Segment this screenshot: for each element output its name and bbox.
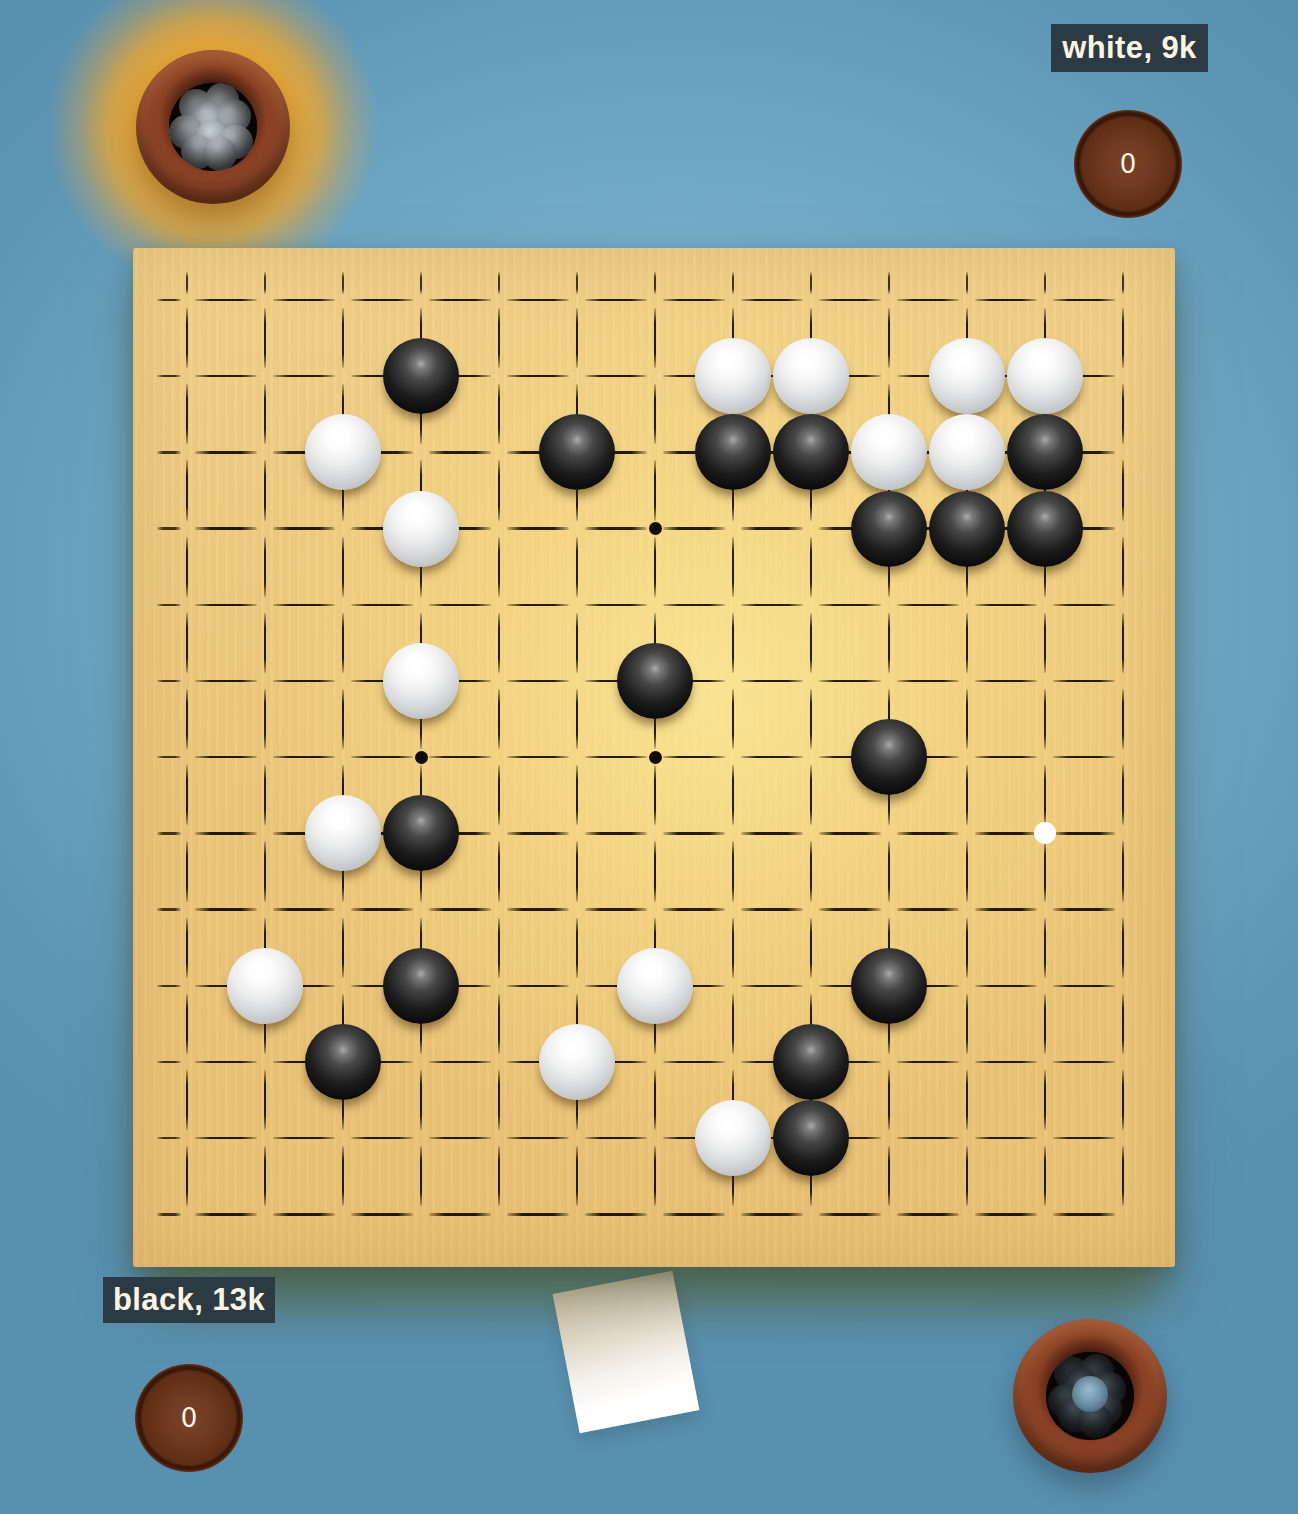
grid-line-segment <box>342 613 344 673</box>
black-stone <box>695 414 771 490</box>
grid-line-segment <box>195 1213 257 1215</box>
bowl-stone-black <box>1080 1354 1114 1388</box>
grid-line-segment <box>273 908 335 910</box>
grid-line-segment <box>1053 985 1115 987</box>
grid-line-segment <box>507 985 569 987</box>
grid-line-segment <box>264 841 266 901</box>
grid-line-segment <box>741 985 803 987</box>
grid-line-segment <box>810 841 812 901</box>
black-player-label: black, 13k <box>103 1277 275 1323</box>
grid-line-segment <box>585 1213 647 1215</box>
grid-line-segment <box>663 908 725 910</box>
grid-line-stub <box>157 1213 181 1215</box>
grid-line-segment <box>897 908 959 910</box>
grid-line-segment <box>741 1213 803 1215</box>
grid-line-segment <box>507 604 569 606</box>
grid-line-segment <box>342 1146 344 1206</box>
grid-line-segment <box>576 537 578 597</box>
grid-line-segment <box>810 689 812 749</box>
grid-line-segment <box>819 604 881 606</box>
grid-line-stub <box>966 272 968 294</box>
grid-line-segment <box>1122 765 1124 825</box>
grid-line-segment <box>429 756 491 758</box>
grid-line-segment <box>195 756 257 758</box>
grid-line-segment <box>1053 832 1115 834</box>
grid-line-segment <box>273 1137 335 1139</box>
grid-line-segment <box>663 604 725 606</box>
grid-line-stub <box>888 272 890 294</box>
grid-line-segment <box>585 756 647 758</box>
grid-line-stub <box>654 272 656 294</box>
grid-line-segment <box>810 765 812 825</box>
grid-line-segment <box>1053 1061 1115 1063</box>
grid-line-segment <box>654 460 656 520</box>
grid-line-segment <box>585 299 647 301</box>
bowl-stone-white <box>217 99 251 133</box>
white-stone <box>1007 338 1083 414</box>
grid-line-segment <box>966 689 968 749</box>
grid-line-segment <box>195 375 257 377</box>
grid-line-segment <box>1044 918 1046 978</box>
grid-line-segment <box>654 384 656 444</box>
grid-line-segment <box>507 908 569 910</box>
grid-line-segment <box>975 985 1037 987</box>
bowl-stone-black-highlight <box>1072 1376 1108 1412</box>
black-player-bowl <box>1013 1319 1167 1473</box>
grid-line-segment <box>1044 689 1046 749</box>
white-stone <box>929 414 1005 490</box>
black-stone <box>929 491 1005 567</box>
black-stone <box>383 795 459 871</box>
grid-line-segment <box>966 918 968 978</box>
grid-line-segment <box>498 1070 500 1130</box>
grid-line-segment <box>195 451 257 453</box>
grid-line-stub <box>157 680 181 682</box>
grid-line-segment <box>429 908 491 910</box>
grid-line-segment <box>1122 613 1124 673</box>
grid-line-segment <box>897 832 959 834</box>
grid-line-segment <box>264 689 266 749</box>
grid-line-stub <box>157 451 181 453</box>
white-bowl-stones <box>169 83 257 171</box>
grid-line-segment <box>498 918 500 978</box>
grid-line-segment <box>819 680 881 682</box>
grid-line-segment <box>1044 1070 1046 1130</box>
grid-line-segment <box>663 1213 725 1215</box>
grid-line-segment <box>741 756 803 758</box>
grid-line-segment <box>264 613 266 673</box>
grid-line-segment <box>342 308 344 368</box>
grid-line-segment <box>576 841 578 901</box>
grid-line-segment <box>1044 765 1046 825</box>
grid-line-segment <box>195 299 257 301</box>
white-stone <box>695 1100 771 1176</box>
grid-line-segment <box>975 1213 1037 1215</box>
grid-line-segment <box>897 1213 959 1215</box>
grid-line-segment <box>186 765 188 825</box>
grid-line-segment <box>195 832 257 834</box>
black-stone <box>539 414 615 490</box>
black-stone <box>305 1024 381 1100</box>
grid-line-segment <box>732 537 734 597</box>
grid-line-segment <box>654 1146 656 1206</box>
grid-line-stub <box>157 985 181 987</box>
white-player-bowl <box>136 50 290 204</box>
grid-line-segment <box>585 527 647 529</box>
grid-line-segment <box>975 908 1037 910</box>
grid-line-segment <box>1122 460 1124 520</box>
grid-line-stub <box>157 1137 181 1139</box>
grid-line-segment <box>654 537 656 597</box>
grid-line-segment <box>897 299 959 301</box>
grid-line-segment <box>498 613 500 673</box>
grid-line-segment <box>585 908 647 910</box>
grid-line-segment <box>1122 537 1124 597</box>
bowl-stone-black <box>1092 1372 1126 1406</box>
grid-line-segment <box>507 1137 569 1139</box>
grid-line-segment <box>342 689 344 749</box>
grid-line-segment <box>741 604 803 606</box>
grid-line-segment <box>576 613 578 673</box>
grid-line-segment <box>1122 384 1124 444</box>
grid-line-segment <box>654 1070 656 1130</box>
grid-line-stub <box>420 272 422 294</box>
grid-line-segment <box>351 908 413 910</box>
grid-line-segment <box>264 308 266 368</box>
grid-line-segment <box>507 375 569 377</box>
grid-line-stub <box>157 375 181 377</box>
grid-line-segment <box>585 604 647 606</box>
grid-line-segment <box>498 765 500 825</box>
white-stone <box>305 414 381 490</box>
grid-line-segment <box>966 994 968 1054</box>
grid-line-segment <box>507 1213 569 1215</box>
grid-line-segment <box>975 1061 1037 1063</box>
white-stone <box>539 1024 615 1100</box>
white-player-label: white, 9k <box>1051 24 1208 72</box>
black-capture-count: 0 <box>181 1405 198 1431</box>
grid-line-segment <box>186 308 188 368</box>
black-stone <box>1007 491 1083 567</box>
white-capture-lid: 0 <box>1074 110 1182 218</box>
grid-line-segment <box>1044 613 1046 673</box>
grid-line-segment <box>498 689 500 749</box>
grid-line-segment <box>888 308 890 368</box>
grid-line-segment <box>498 384 500 444</box>
grid-line-segment <box>498 460 500 520</box>
grid-line-segment <box>819 299 881 301</box>
grid-line-segment <box>507 680 569 682</box>
black-capture-lid: 0 <box>135 1364 243 1472</box>
table-background: white, 9k 0 black, 13k 0 <box>0 0 1298 1514</box>
white-move-dot <box>1034 822 1056 844</box>
grid-line-segment <box>810 918 812 978</box>
bowl-stone-white <box>203 137 237 171</box>
grid-line-segment <box>888 1070 890 1130</box>
grid-line-segment <box>264 460 266 520</box>
grid-line-segment <box>186 841 188 901</box>
grid-line-segment <box>195 1061 257 1063</box>
grid-line-segment <box>1053 680 1115 682</box>
grid-line-segment <box>819 1213 881 1215</box>
bowl-stone-white <box>205 83 239 117</box>
grid-line-segment <box>420 1070 422 1130</box>
grid-line-segment <box>264 384 266 444</box>
black-stone <box>1007 414 1083 490</box>
grid-line-segment <box>732 689 734 749</box>
grid-line-segment <box>975 1137 1037 1139</box>
white-capture-count: 0 <box>1120 151 1137 177</box>
grid-line-segment <box>966 1070 968 1130</box>
grid-line-segment <box>195 908 257 910</box>
grid-line-segment <box>1122 841 1124 901</box>
grid-line-segment <box>732 994 734 1054</box>
grid-line-segment <box>654 765 656 825</box>
grid-line-segment <box>420 1146 422 1206</box>
black-stone <box>773 1100 849 1176</box>
black-bowl-stones <box>1046 1352 1134 1440</box>
bowl-stone-black <box>1078 1404 1112 1438</box>
grid-line-stub <box>157 908 181 910</box>
grid-line-segment <box>888 1146 890 1206</box>
bowl-stone-black <box>1064 1368 1098 1402</box>
grid-line-segment <box>888 841 890 901</box>
grid-line-segment <box>1053 299 1115 301</box>
grid-line-segment <box>888 613 890 673</box>
grid-line-segment <box>975 832 1037 834</box>
grid-line-segment <box>351 1213 413 1215</box>
grid-line-segment <box>507 832 569 834</box>
grid-line-segment <box>1122 918 1124 978</box>
grid-line-segment <box>1053 604 1115 606</box>
grid-line-segment <box>576 689 578 749</box>
grid-line-segment <box>966 613 968 673</box>
grid-line-segment <box>351 299 413 301</box>
grid-line-segment <box>975 756 1037 758</box>
grid-line-stub <box>264 272 266 294</box>
grid-line-segment <box>429 1213 491 1215</box>
white-stone <box>383 491 459 567</box>
grid-line-segment <box>342 537 344 597</box>
grid-line-segment <box>186 460 188 520</box>
white-stone <box>929 338 1005 414</box>
grid-line-segment <box>507 527 569 529</box>
grid-line-segment <box>186 918 188 978</box>
bowl-stone-white <box>169 115 203 149</box>
grid-line-segment <box>966 765 968 825</box>
grid-line-segment <box>1053 1137 1115 1139</box>
grid-line-segment <box>732 841 734 901</box>
grid-line-segment <box>186 994 188 1054</box>
grid-line-segment <box>810 537 812 597</box>
grid-line-stub <box>186 272 188 294</box>
grid-line-segment <box>1122 1070 1124 1130</box>
grid-line-segment <box>897 680 959 682</box>
grid-line-segment <box>1053 908 1115 910</box>
grid-line-segment <box>498 841 500 901</box>
grid-line-segment <box>585 1137 647 1139</box>
grid-line-segment <box>273 299 335 301</box>
grid-line-segment <box>186 613 188 673</box>
grid-line-segment <box>741 832 803 834</box>
grid-line-segment <box>897 1137 959 1139</box>
grid-line-stub <box>157 756 181 758</box>
grid-line-segment <box>264 1146 266 1206</box>
black-stone <box>383 338 459 414</box>
grid-line-segment <box>498 1146 500 1206</box>
grid-line-segment <box>585 375 647 377</box>
black-stone <box>383 948 459 1024</box>
grid-line-segment <box>195 604 257 606</box>
grid-line-stub <box>576 272 578 294</box>
grid-line-segment <box>429 451 491 453</box>
grid-line-segment <box>576 308 578 368</box>
grid-line-segment <box>654 841 656 901</box>
white-stone <box>617 948 693 1024</box>
grid-line-segment <box>975 680 1037 682</box>
grid-line-segment <box>351 1137 413 1139</box>
grid-line-segment <box>585 832 647 834</box>
grid-line-segment <box>507 756 569 758</box>
white-stone <box>851 414 927 490</box>
grid-line-segment <box>819 908 881 910</box>
grid-line-segment <box>273 680 335 682</box>
grid-line-segment <box>975 604 1037 606</box>
grid-line-stub <box>1044 272 1046 294</box>
grid-line-stub <box>157 832 181 834</box>
bowl-stone-white <box>181 135 215 169</box>
grid-line-segment <box>819 832 881 834</box>
white-stone <box>305 795 381 871</box>
grid-line-stub <box>157 299 181 301</box>
grid-line-segment <box>186 537 188 597</box>
grid-line-segment <box>498 308 500 368</box>
grid-line-segment <box>741 908 803 910</box>
grid-line-segment <box>186 384 188 444</box>
black-stone <box>851 491 927 567</box>
white-stone <box>227 948 303 1024</box>
black-stone <box>851 948 927 1024</box>
grid-line-segment <box>1053 756 1115 758</box>
black-stone <box>617 643 693 719</box>
grid-line-segment <box>342 918 344 978</box>
grid-line-segment <box>654 308 656 368</box>
grid-line-segment <box>1122 308 1124 368</box>
black-stone <box>773 1024 849 1100</box>
grid-line-segment <box>429 299 491 301</box>
grid-line-segment <box>1122 1146 1124 1206</box>
grid-line-segment <box>1053 1213 1115 1215</box>
bowl-stone-black <box>1054 1356 1088 1390</box>
grid-line-segment <box>273 527 335 529</box>
grid-line-stub <box>342 272 344 294</box>
bowl-stone-white <box>179 89 213 123</box>
grid-line-segment <box>897 604 959 606</box>
grid-line-stub <box>498 272 500 294</box>
black-stone <box>851 719 927 795</box>
grid-line-segment <box>732 765 734 825</box>
grid-line-segment <box>186 1146 188 1206</box>
grid-line-segment <box>576 765 578 825</box>
grid-line-segment <box>663 756 725 758</box>
white-stone <box>383 643 459 719</box>
star-point <box>415 751 428 764</box>
grid-line-stub <box>1122 272 1124 294</box>
black-stone <box>773 414 849 490</box>
grid-line-segment <box>663 527 725 529</box>
grid-line-segment <box>429 604 491 606</box>
grid-line-stub <box>157 527 181 529</box>
grid-line-segment <box>732 918 734 978</box>
grid-line-stub <box>157 1061 181 1063</box>
grid-line-segment <box>1044 994 1046 1054</box>
grid-line-segment <box>351 756 413 758</box>
bowl-stone-black <box>1048 1384 1082 1418</box>
grid-line-segment <box>195 527 257 529</box>
grid-line-segment <box>1122 994 1124 1054</box>
grid-line-stub <box>810 272 812 294</box>
grid-line-segment <box>264 537 266 597</box>
star-point <box>649 522 662 535</box>
grid-line-segment <box>663 832 725 834</box>
white-stone <box>773 338 849 414</box>
bowl-stone-white <box>195 121 229 155</box>
bowl-stone-white <box>191 101 225 135</box>
grid-line-segment <box>966 1146 968 1206</box>
grid-line-segment <box>429 1061 491 1063</box>
grid-line-segment <box>429 1137 491 1139</box>
bowl-stone-black <box>1058 1398 1092 1432</box>
grid-line-segment <box>498 537 500 597</box>
grid-line-segment <box>186 689 188 749</box>
white-stone <box>695 338 771 414</box>
grid-line-segment <box>741 680 803 682</box>
grid-line-segment <box>264 1070 266 1130</box>
grid-line-segment <box>741 527 803 529</box>
go-board[interactable] <box>133 248 1175 1267</box>
grid-line-segment <box>966 841 968 901</box>
grid-line-segment <box>195 1137 257 1139</box>
grid-line-segment <box>507 299 569 301</box>
grid-line-stub <box>157 604 181 606</box>
grid-line-segment <box>576 918 578 978</box>
grid-line-segment <box>273 375 335 377</box>
bowl-stone-white <box>219 125 253 159</box>
bowl-stone-black <box>1088 1392 1122 1426</box>
grid-line-segment <box>741 299 803 301</box>
grid-line-segment <box>975 299 1037 301</box>
grid-line-segment <box>351 604 413 606</box>
grid-line-segment <box>273 756 335 758</box>
grid-line-segment <box>810 613 812 673</box>
grid-line-segment <box>273 604 335 606</box>
grid-line-segment <box>273 1213 335 1215</box>
grid-line-segment <box>195 680 257 682</box>
grid-line-segment <box>663 299 725 301</box>
grid-line-segment <box>576 1146 578 1206</box>
grid-line-segment <box>1122 689 1124 749</box>
grid-line-segment <box>498 994 500 1054</box>
star-point <box>649 751 662 764</box>
grid-line-segment <box>897 1061 959 1063</box>
grid-line-segment <box>732 613 734 673</box>
grid-line-segment <box>1044 841 1046 901</box>
grid-line-segment <box>1044 1146 1046 1206</box>
grid-line-segment <box>663 1061 725 1063</box>
grid-line-segment <box>264 765 266 825</box>
grid-line-stub <box>732 272 734 294</box>
grid-line-segment <box>186 1070 188 1130</box>
